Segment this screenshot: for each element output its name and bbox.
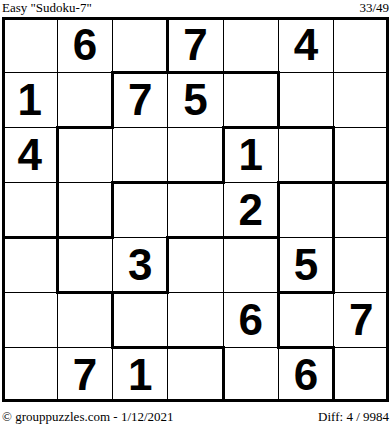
grid-line xyxy=(2,347,59,348)
grid-line xyxy=(2,17,5,74)
grid-line xyxy=(57,346,58,403)
grid-line xyxy=(278,126,279,184)
grid-line xyxy=(277,181,335,184)
grid-line xyxy=(277,126,335,129)
cell-r6c7-given: 7 xyxy=(334,292,389,347)
grid-line xyxy=(222,292,280,293)
difficulty-label: Diff: 4 / 9984 xyxy=(318,409,389,425)
grid-line xyxy=(167,346,168,403)
cell-r4c4-empty[interactable] xyxy=(168,182,223,237)
grid-line xyxy=(2,17,59,20)
grid-line xyxy=(2,236,5,294)
grid-line xyxy=(167,126,168,184)
grid-line xyxy=(111,17,169,20)
cell-r3c6-empty[interactable] xyxy=(278,127,333,182)
grid-line xyxy=(277,291,335,294)
grid-line xyxy=(166,17,169,74)
cell-r7c1-empty[interactable] xyxy=(2,347,57,402)
grid-line xyxy=(111,71,114,129)
grid-line xyxy=(111,291,114,349)
cell-r2c5-empty[interactable] xyxy=(223,72,278,127)
cell-r5c5-empty[interactable] xyxy=(223,237,278,292)
grid-line xyxy=(277,291,280,349)
grid-line xyxy=(278,17,279,74)
cell-r3c7-empty[interactable] xyxy=(334,127,389,182)
cell-r6c5-given: 6 xyxy=(223,292,278,347)
cell-r5c3-given: 3 xyxy=(113,237,168,292)
grid-line xyxy=(222,126,225,184)
page-title: Easy "Sudoku-7" xyxy=(2,0,92,16)
grid-line xyxy=(56,347,114,348)
cell-r6c2-empty[interactable] xyxy=(57,292,112,347)
cell-r6c3-empty[interactable] xyxy=(113,292,168,347)
cell-r3c1-given: 4 xyxy=(2,127,57,182)
grid-line xyxy=(332,292,389,293)
grid-line xyxy=(223,71,224,129)
cell-r7c5-empty[interactable] xyxy=(223,347,278,402)
grid-line xyxy=(2,71,5,129)
grid-line xyxy=(332,237,389,238)
grid-line xyxy=(2,292,59,293)
grid-line xyxy=(332,236,335,294)
grid-line xyxy=(277,236,280,294)
grid-line xyxy=(332,181,335,239)
cell-r2c7-empty[interactable] xyxy=(334,72,389,127)
grid-line xyxy=(222,71,280,74)
cell-r1c6-given: 4 xyxy=(278,17,333,72)
grid-line xyxy=(223,181,224,239)
grid-line xyxy=(112,17,113,74)
cell-r4c5-given: 2 xyxy=(223,182,278,237)
grid-line xyxy=(166,292,224,293)
grid-line xyxy=(2,346,5,403)
cells-remaining-counter: 33/49 xyxy=(359,0,389,16)
grid-line xyxy=(223,291,224,349)
grid-line xyxy=(386,71,389,129)
cell-r2c2-empty[interactable] xyxy=(57,72,112,127)
grid-line xyxy=(166,236,169,294)
cell-r4c7-empty[interactable] xyxy=(334,182,389,237)
cell-r1c4-given: 7 xyxy=(168,17,223,72)
cell-r3c3-empty[interactable] xyxy=(113,127,168,182)
cell-r2c6-empty[interactable] xyxy=(278,72,333,127)
grid-line xyxy=(111,71,169,74)
grid-line xyxy=(112,236,113,294)
cell-r6c6-empty[interactable] xyxy=(278,292,333,347)
grid-line xyxy=(222,347,280,348)
grid-line xyxy=(56,126,114,129)
cell-r4c2-empty[interactable] xyxy=(57,182,112,237)
grid-line xyxy=(56,181,59,239)
grid-line xyxy=(332,126,335,184)
cell-r2c4-given: 5 xyxy=(168,72,223,127)
grid-line xyxy=(222,346,225,403)
grid-line xyxy=(56,291,114,294)
grid-line xyxy=(111,181,169,184)
grid-line xyxy=(222,126,280,129)
cell-r7c6-given: 6 xyxy=(278,347,333,402)
grid-line xyxy=(111,399,169,402)
grid-line xyxy=(111,291,169,294)
grid-line xyxy=(166,127,224,128)
cell-r7c4-empty[interactable] xyxy=(168,347,223,402)
grid-line xyxy=(2,181,5,239)
cell-r5c1-empty[interactable] xyxy=(2,237,57,292)
grid-line xyxy=(332,72,389,73)
grid-line xyxy=(386,236,389,294)
grid-line xyxy=(166,236,224,239)
grid-line xyxy=(277,237,335,238)
grid-line xyxy=(332,181,389,184)
cell-r4c1-empty[interactable] xyxy=(2,182,57,237)
grid-line xyxy=(386,291,389,349)
grid-line xyxy=(166,399,224,402)
grid-line xyxy=(332,347,389,348)
grid-line xyxy=(277,399,335,402)
grid-line xyxy=(333,71,334,129)
grid-line xyxy=(57,71,58,129)
grid-line xyxy=(112,126,113,184)
grid-line xyxy=(277,181,280,239)
grid-line xyxy=(111,346,169,349)
grid-line xyxy=(2,182,59,183)
grid-line xyxy=(166,346,224,349)
cell-r5c4-empty[interactable] xyxy=(168,237,223,292)
grid-line xyxy=(166,181,224,184)
grid-line xyxy=(2,126,5,184)
cell-r7c7-empty[interactable] xyxy=(334,347,389,402)
grid-line xyxy=(56,236,59,294)
grid-line xyxy=(56,126,59,184)
grid-line xyxy=(167,181,168,239)
grid-line xyxy=(166,71,224,74)
cell-r4c6-empty[interactable] xyxy=(278,182,333,237)
grid-line xyxy=(222,399,280,402)
cell-r6c4-empty[interactable] xyxy=(168,292,223,347)
grid-line xyxy=(2,72,59,73)
grid-line xyxy=(333,17,334,74)
grid-line xyxy=(277,71,280,129)
grid-line xyxy=(386,346,389,403)
grid-line xyxy=(222,236,280,239)
cell-r2c1-given: 1 xyxy=(2,72,57,127)
grid-line xyxy=(2,127,59,128)
cell-r2c3-given: 7 xyxy=(113,72,168,127)
cell-r7c3-given: 1 xyxy=(113,347,168,402)
grid-line xyxy=(222,182,280,183)
cell-r1c2-given: 6 xyxy=(57,17,112,72)
cell-r1c7-empty[interactable] xyxy=(334,17,389,72)
grid-line xyxy=(57,291,58,349)
puzzle-page: Easy "Sudoku-7" 33/49 6741754123567716 ©… xyxy=(0,0,391,426)
grid-line xyxy=(56,236,114,239)
grid-line xyxy=(223,17,224,74)
grid-line xyxy=(111,237,169,238)
grid-line xyxy=(56,72,114,73)
grid-line xyxy=(277,17,335,20)
grid-line xyxy=(56,17,114,20)
grid-line xyxy=(332,346,335,403)
cell-r3c4-empty[interactable] xyxy=(168,127,223,182)
cell-r5c7-empty[interactable] xyxy=(334,237,389,292)
grid-line xyxy=(332,17,389,20)
grid-line xyxy=(167,71,168,129)
cell-r3c2-empty[interactable] xyxy=(57,127,112,182)
grid-line xyxy=(57,17,58,74)
cell-r3c5-given: 1 xyxy=(223,127,278,182)
grid-line xyxy=(332,399,389,402)
grid-line xyxy=(111,127,169,128)
cell-r7c2-given: 7 xyxy=(57,347,112,402)
grid-line xyxy=(112,346,113,403)
grid-line xyxy=(2,236,59,239)
grid-line xyxy=(277,72,335,73)
grid-line xyxy=(223,236,224,294)
grid-line xyxy=(2,291,5,349)
grid-line xyxy=(111,181,114,239)
cell-r4c3-empty[interactable] xyxy=(113,182,168,237)
grid-line xyxy=(386,17,389,74)
cell-r1c5-empty[interactable] xyxy=(223,17,278,72)
grid-line xyxy=(56,399,114,402)
cell-r6c1-empty[interactable] xyxy=(2,292,57,347)
grid-line xyxy=(386,126,389,184)
cell-r1c1-empty[interactable] xyxy=(2,17,57,72)
grid-line xyxy=(166,17,224,20)
grid-line xyxy=(333,291,334,349)
sudoku-7-board: 6741754123567716 xyxy=(2,17,389,402)
copyright-credit: © grouppuzzles.com - 1/12/2021 xyxy=(2,409,174,425)
grid-line xyxy=(167,291,168,349)
cell-r5c6-given: 5 xyxy=(278,237,333,292)
grid-line xyxy=(2,399,59,402)
grid-line xyxy=(332,127,389,128)
grid-line xyxy=(278,346,279,403)
cell-r1c3-empty[interactable] xyxy=(113,17,168,72)
grid-line xyxy=(56,182,114,183)
grid-line xyxy=(222,17,280,20)
grid-line xyxy=(386,181,389,239)
cell-r5c2-empty[interactable] xyxy=(57,237,112,292)
grid-line xyxy=(277,346,335,349)
